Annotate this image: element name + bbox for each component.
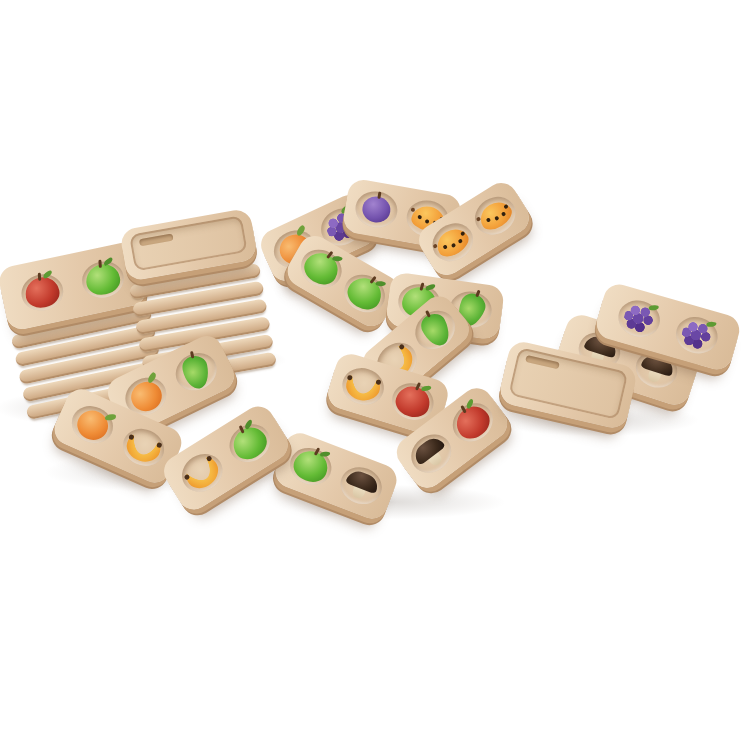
pear-icon	[417, 309, 454, 350]
green-apple-slot	[222, 417, 277, 470]
product-photo-canvas	[0, 0, 750, 750]
mushroom-slot	[335, 461, 387, 510]
pear-slot	[169, 346, 223, 397]
papaya-icon	[432, 224, 473, 262]
green-apple-icon	[227, 422, 272, 465]
banana-slot	[337, 363, 388, 410]
green-apple-icon	[290, 446, 332, 486]
red-apple-icon	[23, 274, 62, 310]
banana-slot	[175, 446, 230, 499]
green-apple-icon	[343, 272, 387, 315]
banana-icon	[123, 429, 163, 465]
red-apple-slot	[18, 270, 67, 314]
grapes-icon	[679, 318, 715, 352]
orange-icon	[73, 405, 113, 444]
green-apple-slot	[78, 258, 127, 302]
pear-slot	[408, 302, 463, 357]
pear-icon	[180, 353, 211, 390]
green-apple-slot	[285, 442, 337, 491]
red-apple-icon	[450, 400, 495, 444]
grapes-icon	[621, 302, 657, 336]
grapes-slot	[614, 296, 664, 342]
green-apple-icon	[83, 261, 122, 297]
green-apple-slot	[338, 268, 392, 320]
plum-icon	[360, 194, 392, 224]
red-apple-slot	[445, 396, 500, 450]
banana-icon	[344, 370, 382, 403]
mushroom-slot	[404, 426, 459, 480]
orange-slot	[66, 400, 119, 450]
papaya-icon	[475, 197, 516, 235]
red-apple-icon	[393, 382, 434, 421]
banana-icon	[181, 451, 225, 494]
papaya-slot	[425, 216, 480, 269]
green-apple-slot	[294, 242, 348, 294]
mushroom-icon	[341, 466, 382, 505]
mushroom-icon	[410, 432, 454, 475]
banana-slot	[117, 422, 170, 472]
papaya-slot	[468, 189, 523, 242]
grapes-slot	[672, 312, 722, 358]
green-apple-icon	[299, 247, 343, 290]
plum-slot	[353, 188, 401, 231]
